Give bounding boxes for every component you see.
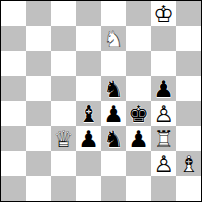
square-a7[interactable] (1, 26, 26, 51)
square-g3[interactable]: ♜♖ (151, 126, 176, 151)
square-c2[interactable] (51, 151, 76, 176)
square-g7[interactable] (151, 26, 176, 51)
square-c5[interactable] (51, 76, 76, 101)
square-e1[interactable] (101, 176, 126, 201)
white-bishop-outline: ♗ (176, 151, 201, 176)
black-knight-piece[interactable]: ♞ (101, 126, 126, 151)
square-b1[interactable] (26, 176, 51, 201)
chessboard: ♚♔♞♘♞♟♝♟♚♟♙♛♕♟♞♟♜♖♟♙♝♗ (0, 0, 202, 202)
black-pawn-glyph: ♟ (126, 126, 151, 151)
square-h7[interactable] (176, 26, 201, 51)
square-a2[interactable] (1, 151, 26, 176)
square-d4[interactable]: ♝ (76, 101, 101, 126)
white-pawn-outline: ♙ (151, 151, 176, 176)
white-pawn-piece[interactable]: ♟♙ (151, 151, 176, 176)
square-a1[interactable] (1, 176, 26, 201)
square-a4[interactable] (1, 101, 26, 126)
white-pawn-outline: ♙ (151, 101, 176, 126)
square-g4[interactable]: ♟♙ (151, 101, 176, 126)
square-c4[interactable] (51, 101, 76, 126)
white-bishop-piece[interactable]: ♝♗ (176, 151, 201, 176)
square-e4[interactable]: ♟ (101, 101, 126, 126)
square-e3[interactable]: ♞ (101, 126, 126, 151)
square-b3[interactable] (26, 126, 51, 151)
square-f4[interactable]: ♚ (126, 101, 151, 126)
square-c1[interactable] (51, 176, 76, 201)
square-d3[interactable]: ♟ (76, 126, 101, 151)
square-e2[interactable] (101, 151, 126, 176)
black-pawn-glyph: ♟ (151, 76, 176, 101)
square-g6[interactable] (151, 51, 176, 76)
black-pawn-glyph: ♟ (101, 101, 126, 126)
black-bishop-glyph: ♝ (76, 101, 101, 126)
black-knight-piece[interactable]: ♞ (101, 76, 126, 101)
white-rook-outline: ♖ (151, 126, 176, 151)
square-d1[interactable] (76, 176, 101, 201)
square-c7[interactable] (51, 26, 76, 51)
black-pawn-piece[interactable]: ♟ (76, 126, 101, 151)
square-d5[interactable] (76, 76, 101, 101)
square-a5[interactable] (1, 76, 26, 101)
square-c8[interactable] (51, 1, 76, 26)
white-queen-outline: ♕ (51, 126, 76, 151)
black-pawn-piece[interactable]: ♟ (126, 126, 151, 151)
square-f6[interactable] (126, 51, 151, 76)
white-king-outline: ♔ (151, 1, 176, 26)
square-b6[interactable] (26, 51, 51, 76)
square-d2[interactable] (76, 151, 101, 176)
square-h8[interactable] (176, 1, 201, 26)
square-d7[interactable] (76, 26, 101, 51)
square-e6[interactable] (101, 51, 126, 76)
square-b8[interactable] (26, 1, 51, 26)
square-d6[interactable] (76, 51, 101, 76)
square-c6[interactable] (51, 51, 76, 76)
square-h2[interactable]: ♝♗ (176, 151, 201, 176)
square-b2[interactable] (26, 151, 51, 176)
square-h1[interactable] (176, 176, 201, 201)
square-e5[interactable]: ♞ (101, 76, 126, 101)
black-knight-glyph: ♞ (101, 76, 126, 101)
square-a3[interactable] (1, 126, 26, 151)
white-knight-piece[interactable]: ♞♘ (101, 26, 126, 51)
square-g2[interactable]: ♟♙ (151, 151, 176, 176)
black-pawn-piece[interactable]: ♟ (151, 76, 176, 101)
white-rook-piece[interactable]: ♜♖ (151, 126, 176, 151)
square-g5[interactable]: ♟ (151, 76, 176, 101)
square-f5[interactable] (126, 76, 151, 101)
black-knight-glyph: ♞ (101, 126, 126, 151)
square-a6[interactable] (1, 51, 26, 76)
white-queen-piece[interactable]: ♛♕ (51, 126, 76, 151)
square-g8[interactable]: ♚♔ (151, 1, 176, 26)
square-f8[interactable] (126, 1, 151, 26)
square-e7[interactable]: ♞♘ (101, 26, 126, 51)
black-pawn-glyph: ♟ (76, 126, 101, 151)
square-f3[interactable]: ♟ (126, 126, 151, 151)
square-h5[interactable] (176, 76, 201, 101)
square-b4[interactable] (26, 101, 51, 126)
square-h4[interactable] (176, 101, 201, 126)
square-e8[interactable] (101, 1, 126, 26)
square-g1[interactable] (151, 176, 176, 201)
square-d8[interactable] (76, 1, 101, 26)
square-h3[interactable] (176, 126, 201, 151)
white-king-piece[interactable]: ♚♔ (151, 1, 176, 26)
square-b7[interactable] (26, 26, 51, 51)
square-a8[interactable] (1, 1, 26, 26)
board-grid: ♚♔♞♘♞♟♝♟♚♟♙♛♕♟♞♟♜♖♟♙♝♗ (1, 1, 201, 201)
square-b5[interactable] (26, 76, 51, 101)
black-king-glyph: ♚ (126, 101, 151, 126)
square-c3[interactable]: ♛♕ (51, 126, 76, 151)
black-king-piece[interactable]: ♚ (126, 101, 151, 126)
white-knight-outline: ♘ (101, 26, 126, 51)
square-f7[interactable] (126, 26, 151, 51)
square-f1[interactable] (126, 176, 151, 201)
white-pawn-piece[interactable]: ♟♙ (151, 101, 176, 126)
black-pawn-piece[interactable]: ♟ (101, 101, 126, 126)
square-f2[interactable] (126, 151, 151, 176)
square-h6[interactable] (176, 51, 201, 76)
black-bishop-piece[interactable]: ♝ (76, 101, 101, 126)
